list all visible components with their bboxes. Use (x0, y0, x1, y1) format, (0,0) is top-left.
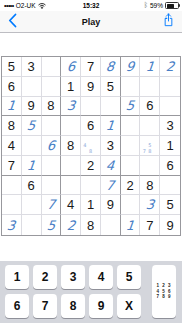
cell-r3c9[interactable] (160, 97, 180, 117)
cell-r2c8[interactable] (140, 77, 160, 97)
cell-r9c3[interactable]: 5 (42, 215, 62, 235)
key-5[interactable]: 5 (117, 265, 141, 289)
cell-value-user: 5 (46, 218, 56, 233)
cell-r6c7[interactable] (121, 156, 141, 176)
cell-r7c8[interactable]: 8 (140, 176, 160, 196)
pencil-mode-button[interactable]: 1 2 34 5 67 8 9 (152, 265, 176, 318)
cell-value-user: 1 (105, 118, 115, 133)
cell-r4c8[interactable] (140, 116, 160, 136)
key-6[interactable]: 6 (5, 294, 29, 318)
cell-r6c8[interactable] (140, 156, 160, 176)
cell-r7c7[interactable]: 2 (121, 176, 141, 196)
number-keypad: 123456789X1 2 34 5 67 8 9 (0, 261, 182, 323)
cell-value-given: 8 (146, 178, 153, 193)
cell-value-given: 9 (28, 98, 35, 113)
cell-value-user: 8 (105, 59, 115, 74)
cell-r1c8[interactable]: 1 (140, 57, 160, 77)
cell-value-given: 8 (67, 138, 74, 153)
cell-r3c6[interactable] (101, 97, 121, 117)
cell-r8c8[interactable]: 3 (140, 195, 160, 215)
cell-value-given: 4 (8, 138, 15, 153)
cell-value-given: 9 (107, 197, 114, 212)
cell-r2c1[interactable]: 6 (2, 77, 22, 97)
cell-value-given: 3 (166, 118, 173, 133)
cell-r6c2[interactable]: 1 (22, 156, 42, 176)
cell-r3c5[interactable] (81, 97, 101, 117)
key-3[interactable]: 3 (61, 265, 85, 289)
back-button[interactable] (5, 14, 19, 30)
key-1[interactable]: 1 (5, 265, 29, 289)
cell-value-user: 7 (46, 197, 56, 212)
cell-value-given: 1 (67, 79, 74, 94)
cell-r5c8[interactable]: 578 (140, 136, 160, 156)
key-4[interactable]: 4 (89, 265, 113, 289)
cell-r6c5[interactable]: 2 (81, 156, 101, 176)
cell-r1c3[interactable] (42, 57, 62, 77)
pencil-marks: 578 (141, 137, 158, 154)
cell-r9c9[interactable]: 9 (160, 215, 180, 235)
cell-r1c5[interactable]: 7 (81, 57, 101, 77)
cell-r3c1[interactable]: 1 (2, 97, 22, 117)
cell-value-user: 1 (125, 218, 135, 233)
share-button[interactable] (162, 14, 175, 30)
cell-r2c6[interactable]: 5 (101, 77, 121, 97)
cell-value-given: 5 (166, 197, 173, 212)
cell-value-given: 6 (166, 158, 173, 173)
cell-value-user: 3 (145, 197, 155, 212)
cell-r1c2[interactable]: 3 (22, 57, 42, 77)
cell-r6c4[interactable] (61, 156, 81, 176)
cell-r3c4[interactable]: 3 (61, 97, 81, 117)
cell-r4c9[interactable]: 3 (160, 116, 180, 136)
cell-value-user: 5 (125, 98, 135, 113)
key-delete[interactable]: X (117, 294, 141, 318)
cell-r7c2[interactable]: 6 (22, 176, 42, 196)
cell-value-user: 6 (66, 59, 76, 74)
cell-r7c3[interactable] (42, 176, 62, 196)
cell-r3c7[interactable]: 5 (121, 97, 141, 117)
cell-r1c6[interactable]: 8 (101, 57, 121, 77)
cell-r9c5[interactable]: 8 (81, 215, 101, 235)
cell-value-given: 5 (8, 59, 15, 74)
cell-value-given: 8 (8, 118, 15, 133)
cell-r7c5[interactable] (81, 176, 101, 196)
cell-r5c9[interactable]: 1 (160, 136, 180, 156)
cell-value-given: 7 (8, 158, 15, 173)
cell-value-given: 2 (87, 158, 94, 173)
cell-value-given: 4 (67, 197, 74, 212)
cell-r4c4[interactable] (61, 116, 81, 136)
cell-value-user: 9 (125, 59, 135, 74)
cell-r2c5[interactable]: 9 (81, 77, 101, 97)
cell-r6c1[interactable]: 7 (2, 156, 22, 176)
cell-r4c2[interactable]: 5 (22, 116, 42, 136)
cell-value-user: 3 (66, 98, 76, 113)
cell-r9c1[interactable]: 3 (2, 215, 22, 235)
cell-value-given: 3 (28, 59, 35, 74)
battery-icon (165, 2, 179, 9)
cell-r8c4[interactable]: 4 (61, 195, 81, 215)
cell-r7c1[interactable] (2, 176, 22, 196)
cell-value-given: 9 (87, 79, 94, 94)
cell-r8c3[interactable]: 7 (42, 195, 62, 215)
share-icon (163, 13, 174, 31)
cell-value-given: 7 (87, 59, 94, 74)
cell-value-given: 6 (28, 178, 35, 193)
nav-bar: Play (0, 11, 182, 33)
key-7[interactable]: 7 (33, 294, 57, 318)
cell-r2c9[interactable] (160, 77, 180, 97)
cell-r9c6[interactable] (101, 215, 121, 235)
cell-value-user: 6 (46, 138, 56, 153)
cell-r4c5[interactable]: 6 (81, 116, 101, 136)
cell-r5c4[interactable]: 8 (61, 136, 81, 156)
cell-r1c1[interactable]: 5 (2, 57, 22, 77)
cell-r1c7[interactable]: 9 (121, 57, 141, 77)
cell-value-user: 2 (165, 59, 175, 74)
cell-r5c3[interactable]: 6 (42, 136, 62, 156)
cell-r8c2[interactable] (22, 195, 42, 215)
bluetooth-icon: ᛒ (144, 2, 148, 9)
cell-value-user: 5 (26, 118, 36, 133)
cell-r2c7[interactable] (121, 77, 141, 97)
key-8[interactable]: 8 (61, 294, 85, 318)
cell-r8c1[interactable] (2, 195, 22, 215)
cell-value-given: 1 (87, 197, 94, 212)
cell-r7c9[interactable] (160, 176, 180, 196)
cell-value-given: 5 (107, 79, 114, 94)
cell-value-given: 6 (87, 118, 94, 133)
key-2[interactable]: 2 (33, 265, 57, 289)
cell-value-user: 4 (105, 158, 115, 173)
cell-value-user: 1 (26, 158, 36, 173)
cell-r1c4[interactable]: 6 (61, 57, 81, 77)
cell-r9c4[interactable]: 2 (61, 215, 81, 235)
cell-r2c2[interactable] (22, 77, 42, 97)
cell-r8c5[interactable]: 1 (81, 195, 101, 215)
cell-r1c9[interactable]: 2 (160, 57, 180, 77)
cell-r4c6[interactable]: 1 (101, 116, 121, 136)
cell-r3c2[interactable]: 9 (22, 97, 42, 117)
cell-value-given: 7 (146, 218, 153, 233)
cell-r4c1[interactable]: 8 (2, 116, 22, 136)
cell-r4c7[interactable] (121, 116, 141, 136)
cell-r9c7[interactable]: 1 (121, 215, 141, 235)
cell-r8c9[interactable]: 5 (160, 195, 180, 215)
cell-value-given: 2 (126, 178, 133, 193)
cell-r5c7[interactable] (121, 136, 141, 156)
cell-value-given: 3 (107, 138, 114, 153)
cell-value-given: 1 (166, 138, 173, 153)
chevron-left-icon (8, 13, 17, 32)
cell-r6c9[interactable]: 6 (160, 156, 180, 176)
cell-value-given: 8 (47, 98, 54, 113)
cell-value-user: 2 (66, 218, 76, 233)
cell-r5c2[interactable] (22, 136, 42, 156)
status-bar: ••••• O2-UK 15:32 ᛒ 59% (0, 0, 182, 11)
sudoku-board: 5367891261951983568561346848357817124667… (1, 56, 181, 236)
cell-r8c7[interactable] (121, 195, 141, 215)
cell-value-given: 9 (166, 218, 173, 233)
cell-r5c5[interactable]: 48 (81, 136, 101, 156)
cell-value-user: 1 (6, 98, 16, 113)
cell-r7c4[interactable] (61, 176, 81, 196)
battery-percent: 59% (150, 2, 163, 9)
cell-value-given: 6 (8, 79, 15, 94)
cell-r8c6[interactable]: 9 (101, 195, 121, 215)
key-9[interactable]: 9 (89, 294, 113, 318)
cell-value-user: 7 (105, 178, 115, 193)
cell-value-given: 6 (146, 98, 153, 113)
cell-r2c4[interactable]: 1 (61, 77, 81, 97)
pencil-mode-digits: 7 8 9 (156, 294, 171, 300)
cell-r3c8[interactable]: 6 (140, 97, 160, 117)
cell-r3c3[interactable]: 8 (42, 97, 62, 117)
cell-r6c3[interactable] (42, 156, 62, 176)
cell-value-user: 1 (145, 59, 155, 74)
cell-r9c2[interactable] (22, 215, 42, 235)
cell-r7c6[interactable]: 7 (101, 176, 121, 196)
cell-r4c3[interactable] (42, 116, 62, 136)
cell-r5c1[interactable]: 4 (2, 136, 22, 156)
cell-value-user: 3 (6, 218, 16, 233)
cell-r5c6[interactable]: 3 (101, 136, 121, 156)
cell-r2c3[interactable] (42, 77, 62, 97)
cell-r6c6[interactable]: 4 (101, 156, 121, 176)
pencil-marks: 48 (82, 137, 99, 154)
page-title: Play (0, 11, 182, 33)
cell-value-given: 8 (87, 218, 94, 233)
cell-r9c8[interactable]: 7 (140, 215, 160, 235)
